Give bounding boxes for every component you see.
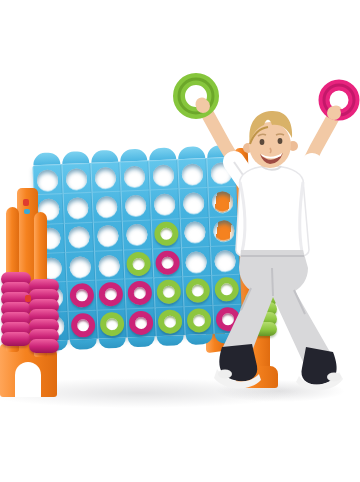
cell-r2c7[interactable] — [207, 186, 237, 217]
frame-right-foot — [236, 366, 278, 388]
cell-r1c6[interactable] — [177, 158, 207, 189]
cell-r6c2[interactable] — [68, 309, 98, 340]
cell-r3c6[interactable] — [180, 217, 210, 248]
cell-r3c2[interactable] — [64, 222, 94, 253]
cell-r1c4[interactable] — [119, 160, 149, 191]
hole — [213, 220, 235, 242]
child-mouth — [260, 153, 283, 164]
cell-r1c7[interactable] — [206, 157, 236, 188]
hole — [124, 165, 146, 187]
green-ring-stack — [245, 296, 277, 336]
cell-r2c3[interactable] — [92, 191, 122, 222]
child-right-hand — [196, 99, 210, 113]
hole — [184, 221, 206, 243]
cell-r1c5[interactable] — [148, 159, 178, 190]
cell-r6c5[interactable] — [154, 306, 184, 337]
hole — [96, 196, 118, 218]
cell-r4c6[interactable] — [181, 246, 211, 277]
board-grid — [32, 157, 242, 341]
cell-r1c3[interactable] — [90, 162, 120, 193]
hair-strand — [250, 127, 268, 144]
green-disc — [157, 309, 182, 334]
hole — [95, 167, 117, 189]
hole — [66, 168, 88, 190]
cell-r5c4[interactable] — [124, 278, 154, 309]
child-left-hand — [327, 106, 341, 120]
hole — [181, 163, 203, 185]
cell-r6c3[interactable] — [96, 308, 126, 339]
cell-r3c3[interactable] — [93, 220, 123, 251]
connect-four-board — [32, 145, 243, 353]
hole — [68, 226, 90, 248]
right-shoe-toe — [218, 370, 232, 379]
cell-r5c5[interactable] — [153, 276, 183, 307]
bottom-scallop — [215, 333, 242, 344]
cell-r3c4[interactable] — [122, 219, 152, 250]
cell-r2c5[interactable] — [150, 189, 180, 220]
cell-r3c7[interactable] — [209, 215, 239, 246]
cell-r2c4[interactable] — [121, 190, 151, 221]
magenta-disc — [98, 282, 123, 307]
child-right-eye — [260, 139, 265, 145]
child-neck — [263, 156, 279, 172]
floor-shadow-child — [215, 380, 345, 402]
hole — [37, 169, 59, 191]
hole — [125, 195, 147, 217]
cell-r2c6[interactable] — [179, 187, 209, 218]
child-left-ear — [288, 141, 298, 151]
child-hair — [249, 111, 292, 144]
child-teeth — [261, 153, 282, 159]
hole — [126, 224, 148, 246]
cell-r6c4[interactable] — [125, 307, 155, 338]
magenta-disc — [155, 250, 180, 275]
green-disc — [153, 221, 178, 246]
cell-r4c5[interactable] — [152, 247, 182, 278]
held-green-ring — [179, 79, 213, 113]
product-photo-scene: { "game": "Connect Four (jumbo 4-in-a-ro… — [0, 0, 360, 482]
green-disc — [156, 280, 181, 305]
hole — [183, 192, 205, 214]
hole — [67, 197, 89, 219]
magenta-storage-ring — [1, 332, 31, 346]
cell-r4c7[interactable] — [210, 245, 240, 276]
bottom-scallop — [128, 336, 155, 347]
green-disc — [214, 277, 239, 302]
bottom-scallop — [186, 334, 213, 345]
child-eyebrows — [258, 134, 284, 136]
held-green-ring-shade — [179, 79, 213, 113]
child-nose — [270, 148, 271, 153]
cell-r5c6[interactable] — [182, 275, 212, 306]
child-left-arm — [298, 112, 336, 184]
magenta-ring-stack-front — [1, 276, 31, 346]
magenta-storage-ring — [29, 339, 59, 353]
cell-r4c4[interactable] — [123, 248, 153, 279]
cell-r2c2[interactable] — [63, 192, 93, 223]
hole — [97, 225, 119, 247]
bottom-scallop — [157, 335, 184, 346]
child-left-shoe — [301, 347, 336, 385]
cell-r1c2[interactable] — [61, 163, 91, 194]
child-left-sleeve — [296, 164, 312, 188]
magenta-disc — [70, 313, 95, 338]
hole — [210, 162, 232, 184]
red-clip — [23, 199, 29, 206]
bottom-scallop — [99, 338, 126, 349]
red-clip-lower — [25, 295, 31, 302]
cell-r5c2[interactable] — [66, 280, 96, 311]
hole — [98, 254, 120, 276]
hole — [212, 191, 234, 213]
hole — [154, 193, 176, 215]
left-shoe-toe — [327, 373, 341, 382]
blue-clip — [24, 209, 30, 214]
hole — [69, 256, 91, 278]
green-storage-ring — [245, 322, 277, 336]
cell-r4c2[interactable] — [65, 251, 95, 282]
cell-r6c6[interactable] — [183, 305, 213, 336]
hole — [152, 164, 174, 186]
frame-left-foot-arch-cutout — [15, 362, 41, 397]
magenta-ring-stack-back — [29, 283, 59, 353]
magenta-disc — [128, 310, 153, 335]
magenta-disc — [69, 283, 94, 308]
magenta-disc — [127, 281, 152, 306]
bottom-scallop — [70, 339, 97, 350]
held-magenta-ring — [324, 85, 354, 115]
green-disc — [126, 252, 151, 277]
cell-r5c7[interactable] — [211, 274, 241, 305]
magenta-disc — [215, 307, 240, 332]
cell-r5c3[interactable] — [95, 279, 125, 310]
cell-r4c3[interactable] — [94, 250, 124, 281]
hole — [214, 250, 236, 272]
child-left-eye — [278, 138, 283, 144]
cell-r6c7[interactable] — [212, 303, 242, 334]
green-disc — [186, 308, 211, 333]
child-face — [249, 122, 291, 168]
tshirt-collar — [262, 166, 281, 170]
hole — [185, 251, 207, 273]
green-disc — [185, 279, 210, 304]
cell-r3c5[interactable] — [151, 218, 181, 249]
held-magenta-ring-shade — [324, 85, 354, 115]
green-disc — [99, 311, 124, 336]
